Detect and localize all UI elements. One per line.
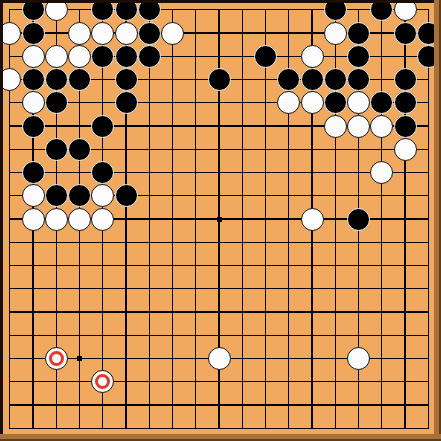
stone-white[interactable] [347, 91, 370, 114]
stone-black[interactable] [347, 68, 370, 91]
board-frame-bottom [0, 434, 441, 441]
go-board[interactable] [0, 0, 441, 441]
grid-line-vertical [428, 9, 429, 429]
stone-white[interactable] [91, 184, 114, 207]
grid-line-horizontal [9, 335, 429, 336]
stone-white[interactable] [161, 22, 184, 45]
stone-white[interactable] [45, 208, 68, 231]
stone-black[interactable] [115, 68, 138, 91]
grid-line-horizontal [9, 404, 429, 405]
last-move-marker [95, 374, 110, 389]
stone-black[interactable] [138, 45, 161, 68]
stone-white[interactable] [347, 115, 370, 138]
stone-black[interactable] [347, 22, 370, 45]
stone-black[interactable] [68, 184, 91, 207]
stone-black[interactable] [301, 68, 324, 91]
stone-black[interactable] [394, 115, 417, 138]
stone-black[interactable] [22, 68, 45, 91]
stone-white[interactable] [91, 208, 114, 231]
stone-black[interactable] [347, 208, 370, 231]
stone-white[interactable] [68, 22, 91, 45]
star-point [217, 217, 222, 222]
stone-black[interactable] [91, 115, 114, 138]
stone-black[interactable] [254, 45, 277, 68]
stone-white[interactable] [45, 0, 68, 21]
stone-black[interactable] [324, 91, 347, 114]
grid-line-vertical [265, 9, 266, 429]
stone-black[interactable] [91, 45, 114, 68]
stone-black[interactable] [370, 91, 393, 114]
stone-white[interactable] [370, 161, 393, 184]
stone-white[interactable] [68, 208, 91, 231]
stone-white[interactable] [0, 68, 21, 91]
stone-white[interactable] [208, 347, 231, 370]
stone-white[interactable] [324, 22, 347, 45]
stone-black[interactable] [115, 0, 138, 21]
grid-line-vertical [381, 9, 382, 429]
stone-white[interactable] [370, 115, 393, 138]
stone-black[interactable] [394, 91, 417, 114]
stone-black[interactable] [277, 68, 300, 91]
stone-white[interactable] [91, 22, 114, 45]
screenshot [0, 0, 441, 441]
stone-white[interactable] [115, 22, 138, 45]
grid-line-horizontal [9, 242, 429, 243]
stone-black[interactable] [91, 161, 114, 184]
stone-white[interactable] [22, 208, 45, 231]
stone-white[interactable] [0, 22, 21, 45]
stone-white[interactable] [347, 347, 370, 370]
stone-white[interactable] [394, 138, 417, 161]
stone-white[interactable] [277, 91, 300, 114]
grid-line-horizontal [9, 428, 429, 429]
stone-white[interactable] [301, 45, 324, 68]
stone-black[interactable] [138, 22, 161, 45]
last-move-marker [49, 351, 64, 366]
stone-black[interactable] [370, 0, 393, 21]
stone-black[interactable] [115, 91, 138, 114]
stone-white[interactable] [22, 45, 45, 68]
grid-line-horizontal [9, 381, 429, 382]
stone-black[interactable] [22, 115, 45, 138]
stone-white[interactable] [394, 0, 417, 21]
stone-white[interactable] [22, 91, 45, 114]
stone-black[interactable] [394, 22, 417, 45]
stone-white[interactable] [45, 45, 68, 68]
stone-black[interactable] [22, 22, 45, 45]
stone-black[interactable] [68, 68, 91, 91]
stone-black[interactable] [138, 0, 161, 21]
stone-white-marked[interactable] [45, 347, 68, 370]
stone-black[interactable] [115, 184, 138, 207]
stone-black[interactable] [22, 161, 45, 184]
grid-line-vertical [242, 9, 243, 429]
stone-black[interactable] [45, 68, 68, 91]
stone-white[interactable] [301, 208, 324, 231]
stone-white[interactable] [68, 45, 91, 68]
stone-black[interactable] [115, 45, 138, 68]
stone-black[interactable] [324, 0, 347, 21]
grid-line-horizontal [9, 288, 429, 289]
stone-black[interactable] [22, 0, 45, 21]
stone-black[interactable] [68, 138, 91, 161]
board-frame-left [0, 0, 3, 441]
stone-black[interactable] [45, 138, 68, 161]
stone-white[interactable] [301, 91, 324, 114]
star-point [77, 356, 82, 361]
stone-black[interactable] [324, 68, 347, 91]
grid-line-horizontal [9, 311, 429, 312]
stone-white[interactable] [22, 184, 45, 207]
board-frame-right [434, 0, 441, 441]
stone-black[interactable] [45, 91, 68, 114]
board-frame-top [0, 0, 441, 3]
stone-black[interactable] [45, 184, 68, 207]
stone-black[interactable] [208, 68, 231, 91]
grid-line-horizontal [9, 265, 429, 266]
stone-black[interactable] [347, 45, 370, 68]
stone-white[interactable] [324, 115, 347, 138]
stone-black[interactable] [91, 0, 114, 21]
stone-black[interactable] [394, 68, 417, 91]
stone-white-marked[interactable] [91, 370, 114, 393]
